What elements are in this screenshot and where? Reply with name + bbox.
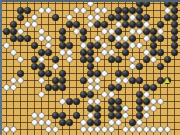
white-stone bbox=[31, 112, 38, 119]
white-stone bbox=[94, 98, 101, 105]
black-stone bbox=[45, 49, 52, 56]
black-stone bbox=[87, 70, 94, 77]
black-stone bbox=[94, 119, 101, 126]
white-stone bbox=[108, 49, 115, 56]
black-stone bbox=[17, 35, 24, 42]
black-stone bbox=[136, 105, 143, 112]
white-stone bbox=[101, 126, 108, 133]
white-stone bbox=[73, 7, 80, 14]
white-stone bbox=[129, 56, 136, 63]
black-stone bbox=[122, 14, 129, 21]
black-stone bbox=[129, 119, 136, 126]
black-stone bbox=[10, 21, 17, 28]
black-stone bbox=[171, 14, 178, 21]
black-stone bbox=[136, 77, 143, 84]
black-stone bbox=[80, 56, 87, 63]
white-stone bbox=[31, 21, 38, 28]
white-stone bbox=[136, 126, 143, 133]
black-stone bbox=[66, 98, 73, 105]
black-stone bbox=[17, 70, 24, 77]
white-stone bbox=[129, 42, 136, 49]
black-stone bbox=[171, 7, 178, 14]
board-left-edge bbox=[0, 0, 2, 135]
black-stone bbox=[108, 112, 115, 119]
white-stone bbox=[136, 119, 143, 126]
white-stone bbox=[87, 14, 94, 21]
white-stone bbox=[87, 21, 94, 28]
black-stone bbox=[59, 70, 66, 77]
black-stone bbox=[17, 7, 24, 14]
black-stone bbox=[115, 14, 122, 21]
black-stone bbox=[80, 35, 87, 42]
black-stone bbox=[17, 14, 24, 21]
white-stone bbox=[143, 105, 150, 112]
white-stone bbox=[17, 77, 24, 84]
white-stone bbox=[150, 98, 157, 105]
black-stone bbox=[136, 112, 143, 119]
black-stone bbox=[101, 21, 108, 28]
black-stone bbox=[59, 77, 66, 84]
black-stone bbox=[73, 112, 80, 119]
white-stone bbox=[150, 56, 157, 63]
white-stone bbox=[101, 7, 108, 14]
white-stone bbox=[108, 126, 115, 133]
white-stone bbox=[17, 28, 24, 35]
black-stone bbox=[45, 84, 52, 91]
black-stone bbox=[143, 98, 150, 105]
white-stone bbox=[122, 77, 129, 84]
white-stone bbox=[45, 7, 52, 14]
white-stone bbox=[143, 112, 150, 119]
white-stone bbox=[94, 56, 101, 63]
black-stone bbox=[108, 14, 115, 21]
black-stone bbox=[87, 56, 94, 63]
black-stone bbox=[171, 49, 178, 56]
black-stone bbox=[87, 119, 94, 126]
white-stone bbox=[87, 98, 94, 105]
white-stone bbox=[10, 77, 17, 84]
white-stone bbox=[52, 63, 59, 70]
black-stone bbox=[122, 49, 129, 56]
black-stone bbox=[171, 28, 178, 35]
white-stone bbox=[45, 42, 52, 49]
black-stone bbox=[45, 70, 52, 77]
black-stone bbox=[59, 28, 66, 35]
black-stone bbox=[150, 28, 157, 35]
black-stone bbox=[136, 98, 143, 105]
black-stone bbox=[129, 35, 136, 42]
white-stone bbox=[80, 7, 87, 14]
white-stone bbox=[87, 84, 94, 91]
black-stone bbox=[143, 28, 150, 35]
black-stone bbox=[171, 42, 178, 49]
black-stone bbox=[122, 42, 129, 49]
black-stone bbox=[94, 112, 101, 119]
white-stone bbox=[94, 35, 101, 42]
white-stone bbox=[115, 119, 122, 126]
white-stone bbox=[129, 63, 136, 70]
black-stone bbox=[115, 28, 122, 35]
black-stone bbox=[150, 49, 157, 56]
black-stone bbox=[59, 112, 66, 119]
black-stone bbox=[66, 119, 73, 126]
black-stone bbox=[52, 112, 59, 119]
black-stone bbox=[87, 42, 94, 49]
black-stone bbox=[129, 21, 136, 28]
white-stone bbox=[38, 56, 45, 63]
black-stone bbox=[164, 56, 171, 63]
black-stone bbox=[10, 28, 17, 35]
black-stone bbox=[94, 105, 101, 112]
white-stone bbox=[80, 126, 87, 133]
white-stone bbox=[45, 126, 52, 133]
black-stone bbox=[115, 112, 122, 119]
white-stone bbox=[101, 28, 108, 35]
black-stone bbox=[164, 14, 171, 21]
black-stone bbox=[80, 91, 87, 98]
white-stone bbox=[157, 126, 164, 133]
white-stone bbox=[150, 126, 157, 133]
white-stone bbox=[3, 126, 10, 133]
white-stone bbox=[143, 126, 150, 133]
black-stone bbox=[87, 49, 94, 56]
white-stone bbox=[136, 28, 143, 35]
black-stone bbox=[87, 91, 94, 98]
white-stone bbox=[24, 21, 31, 28]
white-stone bbox=[73, 28, 80, 35]
white-stone bbox=[38, 112, 45, 119]
black-stone bbox=[87, 105, 94, 112]
white-stone bbox=[157, 98, 164, 105]
black-stone bbox=[129, 77, 136, 84]
black-stone bbox=[164, 77, 171, 84]
black-stone bbox=[150, 42, 157, 49]
white-stone bbox=[101, 91, 108, 98]
white-stone bbox=[143, 91, 150, 98]
black-stone bbox=[59, 84, 66, 91]
black-stone bbox=[136, 21, 143, 28]
black-stone bbox=[150, 84, 157, 91]
black-stone bbox=[31, 63, 38, 70]
white-stone bbox=[31, 119, 38, 126]
black-stone bbox=[10, 35, 17, 42]
black-stone bbox=[136, 63, 143, 70]
white-stone bbox=[80, 42, 87, 49]
white-stone bbox=[150, 105, 157, 112]
white-stone bbox=[17, 56, 24, 63]
white-stone bbox=[38, 28, 45, 35]
white-stone bbox=[66, 14, 73, 21]
white-stone bbox=[87, 126, 94, 133]
white-stone bbox=[38, 119, 45, 126]
white-stone bbox=[164, 126, 171, 133]
black-stone bbox=[157, 77, 164, 84]
white-stone bbox=[164, 7, 171, 14]
black-stone bbox=[80, 28, 87, 35]
black-stone bbox=[157, 63, 164, 70]
black-stone bbox=[66, 42, 73, 49]
black-stone bbox=[52, 84, 59, 91]
white-stone bbox=[94, 126, 101, 133]
black-stone bbox=[108, 98, 115, 105]
white-stone bbox=[136, 42, 143, 49]
white-stone bbox=[45, 119, 52, 126]
black-stone bbox=[52, 14, 59, 21]
black-stone bbox=[122, 7, 129, 14]
black-stone bbox=[122, 21, 129, 28]
black-stone bbox=[115, 105, 122, 112]
white-stone bbox=[108, 91, 115, 98]
black-stone bbox=[136, 14, 143, 21]
white-stone bbox=[66, 49, 73, 56]
black-stone bbox=[80, 77, 87, 84]
black-stone bbox=[115, 98, 122, 105]
white-stone bbox=[101, 42, 108, 49]
black-stone bbox=[115, 56, 122, 63]
black-stone bbox=[59, 42, 66, 49]
black-stone bbox=[24, 7, 31, 14]
white-stone bbox=[122, 105, 129, 112]
black-stone bbox=[94, 21, 101, 28]
black-stone bbox=[38, 70, 45, 77]
black-stone bbox=[143, 14, 150, 21]
white-stone bbox=[108, 119, 115, 126]
black-stone bbox=[115, 70, 122, 77]
white-stone bbox=[59, 98, 66, 105]
black-stone bbox=[59, 35, 66, 42]
white-stone bbox=[143, 21, 150, 28]
white-stone bbox=[45, 35, 52, 42]
white-stone bbox=[31, 14, 38, 21]
white-stone bbox=[38, 77, 45, 84]
black-stone bbox=[143, 56, 150, 63]
black-stone bbox=[150, 35, 157, 42]
board-top-edge bbox=[0, 0, 180, 2]
white-stone bbox=[101, 70, 108, 77]
black-stone bbox=[108, 84, 115, 91]
white-stone bbox=[38, 35, 45, 42]
black-stone bbox=[80, 49, 87, 56]
white-stone bbox=[38, 7, 45, 14]
black-stone bbox=[38, 49, 45, 56]
white-stone bbox=[10, 49, 17, 56]
black-stone bbox=[129, 7, 136, 14]
white-stone bbox=[94, 84, 101, 91]
black-stone bbox=[3, 28, 10, 35]
black-stone bbox=[171, 35, 178, 42]
white-stone bbox=[52, 126, 59, 133]
black-stone bbox=[94, 42, 101, 49]
white-stone bbox=[87, 77, 94, 84]
white-stone bbox=[101, 49, 108, 56]
white-stone bbox=[129, 126, 136, 133]
black-stone bbox=[136, 91, 143, 98]
white-stone bbox=[115, 35, 122, 42]
black-stone bbox=[87, 63, 94, 70]
black-stone bbox=[115, 84, 122, 91]
black-stone bbox=[115, 42, 122, 49]
black-stone bbox=[73, 21, 80, 28]
black-stone bbox=[157, 35, 164, 42]
white-stone bbox=[10, 84, 17, 91]
black-stone bbox=[122, 70, 129, 77]
black-stone bbox=[24, 35, 31, 42]
white-stone bbox=[115, 77, 122, 84]
white-stone bbox=[94, 7, 101, 14]
white-stone bbox=[122, 112, 129, 119]
white-stone bbox=[129, 14, 136, 21]
white-stone bbox=[115, 21, 122, 28]
white-stone bbox=[3, 84, 10, 91]
white-stone bbox=[87, 112, 94, 119]
black-stone bbox=[108, 56, 115, 63]
black-stone bbox=[171, 21, 178, 28]
black-stone bbox=[108, 35, 115, 42]
black-stone bbox=[94, 70, 101, 77]
black-stone bbox=[108, 105, 115, 112]
black-stone bbox=[143, 84, 150, 91]
black-stone bbox=[52, 77, 59, 84]
white-stone bbox=[80, 119, 87, 126]
white-stone bbox=[122, 35, 129, 42]
black-stone bbox=[31, 56, 38, 63]
white-stone bbox=[94, 14, 101, 21]
white-stone bbox=[157, 28, 164, 35]
black-stone bbox=[157, 21, 164, 28]
black-stone bbox=[66, 21, 73, 28]
white-stone bbox=[108, 28, 115, 35]
white-stone bbox=[122, 126, 129, 133]
black-stone bbox=[115, 7, 122, 14]
black-stone bbox=[31, 42, 38, 49]
white-stone bbox=[94, 77, 101, 84]
black-stone bbox=[52, 56, 59, 63]
white-stone bbox=[38, 91, 45, 98]
white-stone bbox=[143, 49, 150, 56]
white-stone bbox=[3, 42, 10, 49]
white-stone bbox=[143, 35, 150, 42]
black-stone bbox=[73, 98, 80, 105]
go-board[interactable] bbox=[0, 0, 180, 135]
white-stone bbox=[66, 56, 73, 63]
black-stone bbox=[38, 63, 45, 70]
white-stone bbox=[10, 126, 17, 133]
black-stone bbox=[136, 7, 143, 14]
black-stone bbox=[59, 119, 66, 126]
white-stone bbox=[129, 28, 136, 35]
white-stone bbox=[59, 49, 66, 56]
black-stone bbox=[157, 49, 164, 56]
